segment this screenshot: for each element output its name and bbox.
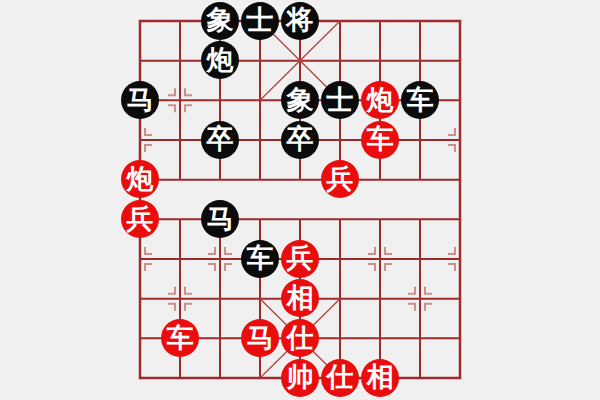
piece-black-advisor[interactable]: 士 [241, 2, 279, 40]
piece-red-elephant[interactable]: 相 [281, 279, 319, 317]
piece-black-soldier[interactable]: 卒 [201, 121, 239, 159]
piece-red-elephant[interactable]: 相 [361, 359, 399, 397]
piece-red-general[interactable]: 帅 [281, 359, 319, 397]
piece-red-horse[interactable]: 马 [241, 319, 279, 357]
piece-black-soldier[interactable]: 卒 [281, 121, 319, 159]
piece-black-elephant[interactable]: 象 [201, 2, 239, 40]
piece-black-horse[interactable]: 马 [201, 200, 239, 238]
xiangqi-board: 象士将炮马象士车卒卒马车炮车炮兵兵兵相车马仕帅仕相 [0, 0, 600, 400]
piece-black-chariot[interactable]: 车 [401, 81, 439, 119]
piece-black-elephant[interactable]: 象 [281, 81, 319, 119]
piece-red-soldier[interactable]: 兵 [281, 240, 319, 278]
piece-red-chariot[interactable]: 车 [161, 319, 199, 357]
piece-black-advisor[interactable]: 士 [321, 81, 359, 119]
piece-red-soldier[interactable]: 兵 [121, 200, 159, 238]
piece-red-cannon[interactable]: 炮 [121, 160, 159, 198]
piece-red-advisor[interactable]: 仕 [281, 319, 319, 357]
piece-red-advisor[interactable]: 仕 [321, 359, 359, 397]
app-background: 象士将炮马象士车卒卒马车炮车炮兵兵兵相车马仕帅仕相 [0, 0, 600, 400]
piece-red-soldier[interactable]: 兵 [321, 160, 359, 198]
piece-black-chariot[interactable]: 车 [241, 240, 279, 278]
piece-black-general[interactable]: 将 [281, 2, 319, 40]
piece-black-horse[interactable]: 马 [121, 81, 159, 119]
piece-black-cannon[interactable]: 炮 [201, 41, 239, 79]
piece-layer: 象士将炮马象士车卒卒马车炮车炮兵兵兵相车马仕帅仕相 [120, 1, 480, 398]
piece-red-cannon[interactable]: 炮 [361, 81, 399, 119]
piece-red-chariot[interactable]: 车 [361, 121, 399, 159]
